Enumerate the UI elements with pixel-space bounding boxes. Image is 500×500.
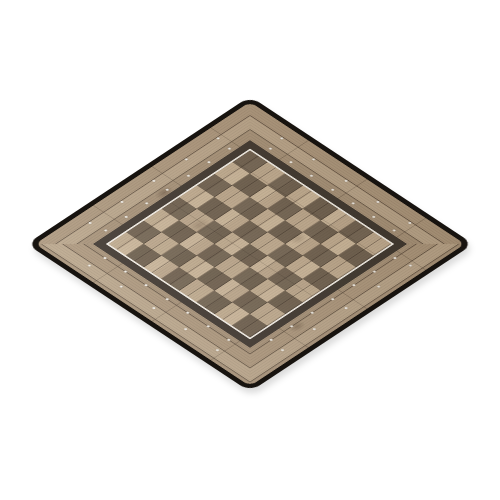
wood-surface [35,102,465,386]
mat-shadow [0,0,500,500]
board-frame-band [93,140,407,348]
chess-play-mat [27,96,474,392]
product-photo-background [0,0,500,500]
